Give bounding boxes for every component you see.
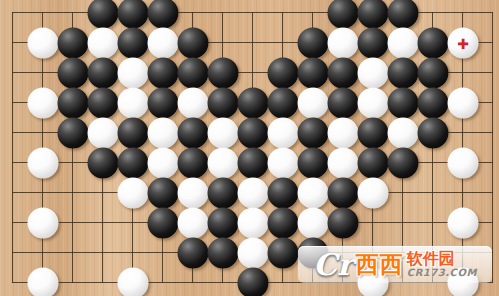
- black-stone: [178, 58, 209, 89]
- black-stone: [208, 58, 239, 89]
- white-stone: [28, 208, 59, 239]
- white-stone: [28, 148, 59, 179]
- white-stone: [118, 88, 149, 119]
- white-stone: [238, 238, 269, 269]
- black-stone: [88, 88, 119, 119]
- black-stone: [388, 148, 419, 179]
- white-stone: ✚: [448, 28, 479, 59]
- white-stone: [118, 268, 149, 296]
- watermark-site-name: 西西: [356, 253, 404, 276]
- white-stone: [178, 88, 209, 119]
- white-stone: [28, 88, 59, 119]
- watermark: Cr 西西 软件园 CR173.COM: [298, 246, 492, 283]
- white-stone: [268, 118, 299, 149]
- black-stone: [208, 178, 239, 209]
- black-stone: [58, 118, 89, 149]
- white-stone: [118, 178, 149, 209]
- white-stone: [448, 148, 479, 179]
- black-stone: [268, 178, 299, 209]
- black-stone: [358, 118, 389, 149]
- black-stone: [58, 28, 89, 59]
- black-stone: [118, 118, 149, 149]
- white-stone: [448, 208, 479, 239]
- black-stone: [298, 148, 329, 179]
- black-stone: [148, 178, 179, 209]
- white-stone: [148, 148, 179, 179]
- black-stone: [238, 148, 269, 179]
- black-stone: [178, 118, 209, 149]
- white-stone: [178, 208, 209, 239]
- black-stone: [238, 268, 269, 296]
- black-stone: [238, 118, 269, 149]
- white-stone: [238, 178, 269, 209]
- black-stone: [418, 88, 449, 119]
- white-stone: [118, 58, 149, 89]
- last-move-marker: ✚: [448, 28, 479, 59]
- white-stone: [328, 148, 359, 179]
- black-stone: [148, 88, 179, 119]
- black-stone: [388, 88, 419, 119]
- white-stone: [448, 88, 479, 119]
- black-stone: [268, 208, 299, 239]
- black-stone: [58, 58, 89, 89]
- black-stone: [358, 28, 389, 59]
- black-stone: [328, 58, 359, 89]
- black-stone: [178, 238, 209, 269]
- white-stone: [298, 88, 329, 119]
- black-stone: [328, 88, 359, 119]
- black-stone: [118, 148, 149, 179]
- black-stone: [178, 148, 209, 179]
- white-stone: [238, 208, 269, 239]
- black-stone: [418, 28, 449, 59]
- black-stone: [298, 28, 329, 59]
- white-stone: [148, 118, 179, 149]
- white-stone: [358, 88, 389, 119]
- black-stone: [418, 118, 449, 149]
- black-stone: [238, 88, 269, 119]
- black-stone: [208, 208, 239, 239]
- black-stone: [268, 58, 299, 89]
- black-stone: [328, 208, 359, 239]
- white-stone: [358, 58, 389, 89]
- black-stone: [208, 238, 239, 269]
- white-stone: [268, 148, 299, 179]
- black-stone: [298, 58, 329, 89]
- white-stone: [208, 148, 239, 179]
- white-stone: [298, 208, 329, 239]
- black-stone: [358, 148, 389, 179]
- white-stone: [298, 178, 329, 209]
- white-stone: [148, 28, 179, 59]
- watermark-domain: CR173.COM: [407, 268, 477, 278]
- white-stone: [208, 118, 239, 149]
- white-stone: [88, 118, 119, 149]
- white-stone: [358, 178, 389, 209]
- white-stone: [388, 28, 419, 59]
- white-stone: [328, 118, 359, 149]
- white-stone: [88, 28, 119, 59]
- black-stone: [58, 88, 89, 119]
- black-stone: [328, 178, 359, 209]
- watermark-text-stack: 软件园 CR173.COM: [407, 251, 477, 278]
- black-stone: [418, 58, 449, 89]
- black-stone: [148, 208, 179, 239]
- black-stone: [88, 58, 119, 89]
- black-stone: [268, 88, 299, 119]
- white-stone: [328, 28, 359, 59]
- black-stone: [178, 28, 209, 59]
- black-stone: [88, 148, 119, 179]
- white-stone: [28, 268, 59, 296]
- black-stone: [388, 58, 419, 89]
- white-stone: [178, 178, 209, 209]
- black-stone: [118, 28, 149, 59]
- watermark-site-suffix: 软件园: [407, 251, 455, 267]
- black-stone: [148, 58, 179, 89]
- white-stone: [388, 118, 419, 149]
- black-stone: [298, 118, 329, 149]
- white-stone: [28, 28, 59, 59]
- watermark-cr-logo: Cr: [313, 250, 353, 280]
- game-board[interactable]: ✚ Cr 西西 软件园 CR173.COM: [0, 0, 499, 296]
- black-stone: [208, 88, 239, 119]
- black-stone: [268, 238, 299, 269]
